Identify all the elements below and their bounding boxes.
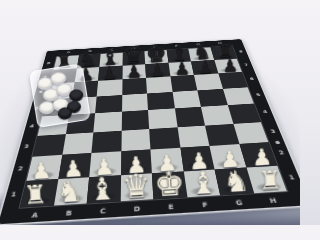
square-g7[interactable]: ♟ bbox=[191, 60, 218, 75]
file-label-b-bottom: B bbox=[65, 210, 72, 217]
white-knight[interactable]: ♞ bbox=[219, 166, 254, 197]
square-e4[interactable] bbox=[148, 108, 177, 128]
square-h5[interactable] bbox=[222, 87, 253, 105]
board-frame: ♜♞♝♛♚♝♞♜♟♟♟♟♟♟♟♟♟♟♟♟♟♟♟♟♜♞♝♛♚♝♞♜ AABBCCD… bbox=[0, 39, 300, 224]
white-knight[interactable]: ♞ bbox=[51, 177, 86, 208]
square-f1[interactable]: ♝ bbox=[183, 169, 220, 197]
square-c7[interactable]: ♟ bbox=[98, 65, 122, 80]
black-pawn[interactable]: ♟ bbox=[193, 58, 218, 77]
rank-label-4-right: 4 bbox=[262, 110, 268, 114]
spare-pieces-bag[interactable] bbox=[29, 63, 91, 128]
square-e7[interactable]: ♟ bbox=[145, 63, 170, 78]
square-c4[interactable] bbox=[93, 112, 121, 132]
square-f3[interactable] bbox=[177, 125, 209, 147]
rank-label-1-left: 1 bbox=[10, 191, 17, 197]
square-c3[interactable] bbox=[91, 130, 121, 153]
spare-dark-disc bbox=[68, 88, 84, 102]
white-bishop[interactable]: ♝ bbox=[85, 173, 120, 205]
square-g1[interactable]: ♞ bbox=[214, 167, 253, 195]
spare-dark-disc bbox=[57, 106, 73, 120]
white-rook[interactable]: ♜ bbox=[252, 167, 287, 196]
file-label-h-bottom: H bbox=[269, 197, 278, 204]
black-pawn[interactable]: ♟ bbox=[97, 64, 122, 83]
rank-label-3-right: 3 bbox=[270, 129, 276, 134]
file-label-e-bottom: E bbox=[168, 203, 174, 210]
black-pawn[interactable]: ♟ bbox=[121, 62, 146, 81]
rank-label-3-left: 3 bbox=[24, 144, 30, 149]
white-king[interactable]: ♚ bbox=[152, 166, 188, 202]
rank-label-4-left: 4 bbox=[29, 124, 34, 129]
square-d4[interactable] bbox=[121, 110, 149, 130]
square-h3[interactable] bbox=[233, 122, 269, 144]
file-label-d-bottom: D bbox=[134, 206, 141, 213]
file-label-f-bottom: F bbox=[202, 201, 208, 208]
square-f5[interactable] bbox=[172, 90, 201, 108]
white-bishop[interactable]: ♝ bbox=[185, 167, 220, 199]
square-h7[interactable]: ♟ bbox=[214, 58, 242, 73]
square-f6[interactable] bbox=[170, 75, 197, 92]
square-c5[interactable] bbox=[95, 95, 122, 114]
square-d6[interactable] bbox=[122, 78, 147, 95]
rank-label-2-left: 2 bbox=[17, 166, 23, 172]
frame-latch-dot bbox=[274, 141, 280, 145]
file-label-g-bottom: G bbox=[235, 199, 243, 206]
square-b3[interactable] bbox=[62, 132, 93, 155]
square-d1[interactable]: ♛ bbox=[120, 173, 153, 201]
square-e1[interactable]: ♚ bbox=[152, 171, 187, 199]
rank-label-6-right: 6 bbox=[249, 77, 254, 81]
rank-label-1-right: 1 bbox=[288, 174, 295, 180]
square-d5[interactable] bbox=[122, 93, 148, 111]
square-e5[interactable] bbox=[147, 92, 174, 110]
rank-label-8-left: 8 bbox=[46, 62, 50, 65]
black-pawn[interactable]: ♟ bbox=[217, 56, 242, 75]
white-queen[interactable]: ♛ bbox=[118, 169, 153, 204]
square-a3[interactable] bbox=[32, 134, 65, 157]
rank-label-2-right: 2 bbox=[278, 150, 285, 155]
square-h6[interactable] bbox=[218, 72, 248, 88]
rank-label-7-right: 7 bbox=[244, 63, 249, 66]
square-c1[interactable]: ♝ bbox=[87, 175, 121, 204]
white-rook[interactable]: ♜ bbox=[18, 181, 53, 210]
photo-scene: ♜♞♝♛♚♝♞♜♟♟♟♟♟♟♟♟♟♟♟♟♟♟♟♟♜♞♝♛♚♝♞♜ AABBCCD… bbox=[0, 0, 300, 225]
rank-label-5-right: 5 bbox=[256, 93, 262, 97]
square-d7[interactable]: ♟ bbox=[122, 64, 146, 79]
square-d3[interactable] bbox=[121, 129, 151, 152]
square-f4[interactable] bbox=[174, 107, 204, 127]
black-pawn[interactable]: ♟ bbox=[145, 61, 170, 80]
black-pawn[interactable]: ♟ bbox=[169, 59, 194, 78]
square-f7[interactable]: ♟ bbox=[168, 61, 194, 76]
file-label-a-bottom: A bbox=[31, 212, 38, 219]
square-c6[interactable] bbox=[97, 79, 122, 96]
square-e3[interactable] bbox=[149, 127, 180, 150]
square-h4[interactable] bbox=[227, 104, 260, 124]
file-label-c-bottom: C bbox=[100, 208, 106, 215]
rank-label-8-right: 8 bbox=[239, 50, 244, 53]
square-b1[interactable]: ♞ bbox=[53, 177, 89, 206]
square-e6[interactable] bbox=[146, 76, 172, 93]
